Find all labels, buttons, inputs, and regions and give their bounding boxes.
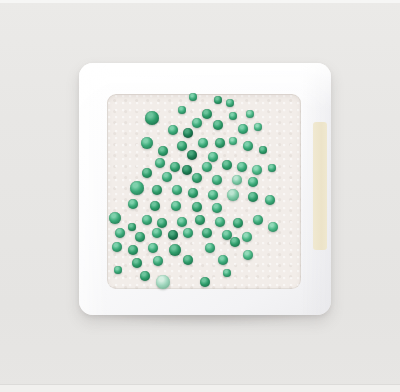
gem-stone [237, 162, 247, 172]
gem-stone [202, 109, 212, 119]
gem-stone [195, 215, 205, 225]
gem-stone [223, 269, 231, 277]
gem-stone [265, 195, 275, 205]
gem-stone [183, 128, 193, 138]
gem-stone [109, 212, 121, 224]
gem-stone [135, 232, 145, 242]
gem-stone [155, 158, 165, 168]
gem-stone [168, 230, 178, 240]
gem-stone [232, 175, 242, 185]
gem-stone [268, 222, 278, 232]
gem-stone [238, 124, 248, 134]
gem-stone [178, 106, 186, 114]
gem-stone [192, 118, 202, 128]
gem-stone [243, 141, 253, 151]
gem-stone [205, 243, 215, 253]
gem-stone [148, 243, 158, 253]
gem-stone [227, 189, 239, 201]
gem-stone [132, 258, 142, 268]
gem-stone [215, 138, 225, 148]
gem-stone [171, 201, 181, 211]
gem-stone [243, 250, 253, 260]
gem-stone [114, 266, 122, 274]
gem-stone [152, 185, 162, 195]
gem-stone [187, 150, 197, 160]
gem-stone [130, 181, 144, 195]
gem-stone [229, 112, 237, 120]
gem-stone [168, 125, 178, 135]
gem-stone [150, 201, 160, 211]
gem-stone [128, 223, 136, 231]
gem-stone [202, 162, 212, 172]
gem-pile [0, 0, 400, 392]
gem-stone [213, 120, 223, 130]
gem-stone [140, 271, 150, 281]
background-bottom-band [0, 384, 400, 392]
gem-stone [268, 164, 276, 172]
gem-stone [112, 242, 122, 252]
gem-stone [208, 152, 218, 162]
gem-stone [189, 93, 197, 101]
gem-stone [202, 228, 212, 238]
gem-stone [169, 244, 181, 256]
gem-stone [183, 255, 193, 265]
gem-stone [115, 228, 125, 238]
gem-stone [158, 146, 168, 156]
gem-stone [157, 218, 167, 228]
gem-stone [212, 203, 222, 213]
gem-stone [192, 202, 202, 212]
gem-stone [215, 217, 225, 227]
gem-stone [230, 237, 240, 247]
gem-stone [214, 96, 222, 104]
gem-stone [226, 99, 234, 107]
gem-stone [259, 146, 267, 154]
gem-stone [145, 111, 159, 125]
gem-stone [188, 188, 198, 198]
gem-stone [128, 245, 138, 255]
gem-stone [253, 215, 263, 225]
gem-stone [192, 173, 202, 183]
gem-stone [246, 110, 254, 118]
gem-stone [142, 215, 152, 225]
gem-stone [162, 172, 172, 182]
gem-stone [170, 162, 180, 172]
gem-stone [141, 137, 153, 149]
gem-stone [153, 256, 163, 266]
gem-stone [156, 275, 170, 289]
gem-stone [128, 199, 138, 209]
gem-stone [248, 192, 258, 202]
photo-scene [0, 0, 400, 392]
gem-stone [252, 165, 262, 175]
gem-stone [172, 185, 182, 195]
gem-stone [254, 123, 262, 131]
gem-stone [182, 165, 192, 175]
gem-stone [222, 160, 232, 170]
gem-stone [183, 228, 193, 238]
gem-stone [218, 255, 228, 265]
gem-stone [200, 277, 210, 287]
gem-stone [229, 137, 237, 145]
gem-stone [177, 217, 187, 227]
gem-stone [198, 138, 208, 148]
gem-stone [248, 177, 258, 187]
gem-stone [142, 168, 152, 178]
gem-stone [208, 190, 218, 200]
gem-stone [152, 228, 162, 238]
gem-stone [212, 175, 222, 185]
gem-stone [177, 141, 187, 151]
gem-stone [242, 232, 252, 242]
gem-stone [233, 218, 243, 228]
